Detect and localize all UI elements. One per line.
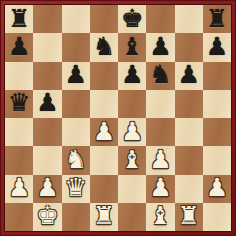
- black-bishop-icon[interactable]: ♝: [121, 34, 143, 59]
- square-e5[interactable]: [118, 90, 146, 118]
- white-pawn-icon[interactable]: ♟: [8, 175, 30, 200]
- square-d1[interactable]: ♜: [90, 203, 118, 231]
- square-c3[interactable]: ♞: [62, 146, 90, 174]
- square-b4[interactable]: [33, 118, 61, 146]
- square-f4[interactable]: [146, 118, 174, 146]
- square-d6[interactable]: [90, 62, 118, 90]
- square-f5[interactable]: [146, 90, 174, 118]
- square-g2[interactable]: [175, 175, 203, 203]
- square-c1[interactable]: [62, 203, 90, 231]
- square-c8[interactable]: [62, 5, 90, 33]
- square-h8[interactable]: ♜: [203, 5, 231, 33]
- white-knight-icon[interactable]: ♞: [64, 147, 86, 172]
- black-rook-icon[interactable]: ♜: [206, 6, 228, 31]
- black-pawn-icon[interactable]: ♟: [177, 62, 199, 87]
- square-g8[interactable]: [175, 5, 203, 33]
- square-f8[interactable]: [146, 5, 174, 33]
- chess-board[interactable]: ♜♚♜♟♞♝♟♟♟♟♞♟♛♟♟♟♞♝♟♟♟♛♟♟♚♜♝♜: [5, 5, 231, 231]
- square-e1[interactable]: [118, 203, 146, 231]
- square-d8[interactable]: [90, 5, 118, 33]
- square-c7[interactable]: [62, 33, 90, 61]
- square-d2[interactable]: [90, 175, 118, 203]
- black-king-icon[interactable]: ♚: [121, 6, 143, 31]
- square-e8[interactable]: ♚: [118, 5, 146, 33]
- square-f7[interactable]: ♟: [146, 33, 174, 61]
- black-knight-icon[interactable]: ♞: [149, 62, 171, 87]
- board-frame: ♜♚♜♟♞♝♟♟♟♟♞♟♛♟♟♟♞♝♟♟♟♛♟♟♚♜♝♜: [0, 0, 236, 236]
- white-bishop-icon[interactable]: ♝: [121, 147, 143, 172]
- square-h5[interactable]: [203, 90, 231, 118]
- square-b1[interactable]: ♚: [33, 203, 61, 231]
- square-h4[interactable]: [203, 118, 231, 146]
- square-a6[interactable]: [5, 62, 33, 90]
- black-pawn-icon[interactable]: ♟: [36, 90, 58, 115]
- square-a8[interactable]: ♜: [5, 5, 33, 33]
- square-e2[interactable]: [118, 175, 146, 203]
- square-c4[interactable]: [62, 118, 90, 146]
- square-b6[interactable]: [33, 62, 61, 90]
- square-g7[interactable]: [175, 33, 203, 61]
- square-h3[interactable]: [203, 146, 231, 174]
- square-b8[interactable]: [33, 5, 61, 33]
- square-c6[interactable]: ♟: [62, 62, 90, 90]
- black-pawn-icon[interactable]: ♟: [206, 34, 228, 59]
- square-g4[interactable]: [175, 118, 203, 146]
- square-e6[interactable]: ♟: [118, 62, 146, 90]
- white-bishop-icon[interactable]: ♝: [149, 203, 171, 228]
- square-d5[interactable]: [90, 90, 118, 118]
- square-a5[interactable]: ♛: [5, 90, 33, 118]
- square-e4[interactable]: ♟: [118, 118, 146, 146]
- square-a2[interactable]: ♟: [5, 175, 33, 203]
- square-b2[interactable]: ♟: [33, 175, 61, 203]
- square-f3[interactable]: ♟: [146, 146, 174, 174]
- square-h2[interactable]: ♟: [203, 175, 231, 203]
- square-e3[interactable]: ♝: [118, 146, 146, 174]
- square-e7[interactable]: ♝: [118, 33, 146, 61]
- square-g5[interactable]: [175, 90, 203, 118]
- white-queen-icon[interactable]: ♛: [64, 175, 86, 200]
- square-c2[interactable]: ♛: [62, 175, 90, 203]
- square-h1[interactable]: [203, 203, 231, 231]
- square-d7[interactable]: ♞: [90, 33, 118, 61]
- square-b5[interactable]: ♟: [33, 90, 61, 118]
- white-king-icon[interactable]: ♚: [36, 203, 58, 228]
- square-g1[interactable]: ♜: [175, 203, 203, 231]
- square-d4[interactable]: ♟: [90, 118, 118, 146]
- square-a3[interactable]: [5, 146, 33, 174]
- black-pawn-icon[interactable]: ♟: [64, 62, 86, 87]
- square-h7[interactable]: ♟: [203, 33, 231, 61]
- chessboard-screenshot: ♜♚♜♟♞♝♟♟♟♟♞♟♛♟♟♟♞♝♟♟♟♛♟♟♚♜♝♜: [0, 0, 236, 236]
- black-pawn-icon[interactable]: ♟: [8, 34, 30, 59]
- white-rook-icon[interactable]: ♜: [93, 203, 115, 228]
- square-g6[interactable]: ♟: [175, 62, 203, 90]
- white-pawn-icon[interactable]: ♟: [149, 147, 171, 172]
- square-a7[interactable]: ♟: [5, 33, 33, 61]
- square-h6[interactable]: [203, 62, 231, 90]
- black-knight-icon[interactable]: ♞: [93, 34, 115, 59]
- white-pawn-icon[interactable]: ♟: [121, 119, 143, 144]
- square-c5[interactable]: [62, 90, 90, 118]
- square-f2[interactable]: ♟: [146, 175, 174, 203]
- white-pawn-icon[interactable]: ♟: [149, 175, 171, 200]
- square-a4[interactable]: [5, 118, 33, 146]
- square-a1[interactable]: [5, 203, 33, 231]
- square-d3[interactable]: [90, 146, 118, 174]
- white-pawn-icon[interactable]: ♟: [36, 175, 58, 200]
- black-queen-icon[interactable]: ♛: [8, 90, 30, 115]
- black-pawn-icon[interactable]: ♟: [149, 34, 171, 59]
- square-f6[interactable]: ♞: [146, 62, 174, 90]
- black-pawn-icon[interactable]: ♟: [121, 62, 143, 87]
- black-rook-icon[interactable]: ♜: [8, 6, 30, 31]
- square-g3[interactable]: [175, 146, 203, 174]
- white-pawn-icon[interactable]: ♟: [206, 175, 228, 200]
- square-b3[interactable]: [33, 146, 61, 174]
- square-f1[interactable]: ♝: [146, 203, 174, 231]
- square-b7[interactable]: [33, 33, 61, 61]
- white-rook-icon[interactable]: ♜: [177, 203, 199, 228]
- white-pawn-icon[interactable]: ♟: [93, 119, 115, 144]
